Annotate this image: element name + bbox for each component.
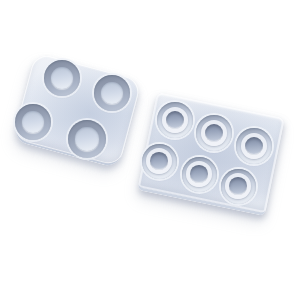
cavity-center-post [101, 82, 123, 104]
ring-cavity [44, 60, 80, 96]
cavity-center-hole [229, 177, 247, 195]
cavity-center-post [75, 127, 99, 151]
ring-cavity [221, 169, 256, 204]
ring-cavity [94, 75, 130, 111]
product-photo-scene [0, 0, 300, 300]
ring-cavity [142, 144, 177, 179]
cavity-ridge [241, 133, 268, 160]
cavity-ridge [162, 107, 189, 134]
ring-cavity [68, 120, 106, 158]
ring-cavity [196, 115, 232, 151]
ring-cavity [157, 102, 193, 138]
cavity-ridge [225, 173, 251, 199]
ring-cavity [182, 157, 217, 192]
cavity-center-hole [150, 152, 168, 170]
ring-cavity [15, 104, 51, 140]
cavity-center-hole [166, 111, 184, 129]
cavity-center-hole [190, 165, 208, 183]
cavity-layer [0, 0, 300, 300]
cavity-center-hole [245, 137, 263, 155]
cavity-ridge [201, 120, 228, 147]
cavity-center-post [51, 67, 73, 89]
cavity-ridge [186, 161, 212, 187]
cavity-center-hole [205, 124, 223, 142]
cavity-ridge [146, 148, 172, 174]
cavity-center-post [22, 111, 44, 133]
ring-cavity [236, 128, 272, 164]
